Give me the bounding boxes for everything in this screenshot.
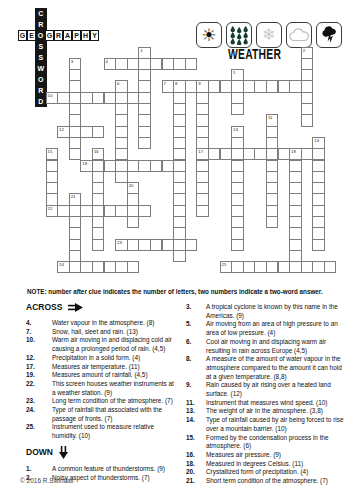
grid-cell-r16-c11[interactable] (173, 227, 186, 239)
cell-number: 10 (48, 93, 53, 98)
grid-cell-r2-c16[interactable]: 5 (231, 69, 244, 81)
cell-number: 1 (140, 48, 142, 53)
sun-icon: ☀ (196, 22, 222, 48)
clue-number: 3. (186, 303, 206, 320)
clue-number: 10. (26, 336, 52, 353)
grid-cell-r15-c7[interactable] (127, 216, 140, 228)
grid-cell-r18-c2[interactable] (69, 250, 82, 262)
clue-text: Snow, hail, sleet and rain. (13) (52, 328, 176, 337)
cell-number: 5 (233, 70, 235, 75)
clue-text: Warm air moving in and displacing cold a… (52, 336, 176, 353)
grid-cell-r13-c0[interactable] (46, 193, 59, 205)
cell-number: 25 (222, 262, 227, 267)
clue-text: Crystallized form of precipitation. (4) (206, 468, 345, 477)
clue-across-19: 19.Measures amount of rainfall. (4,5) (26, 371, 176, 380)
clue-number: 24. (26, 406, 52, 423)
cell-number: 8 (175, 81, 177, 86)
clue-text: Cool air moving in and displacing warm a… (206, 338, 345, 355)
grid-cell-r6-c2[interactable] (69, 114, 82, 126)
clue-number: 21. (186, 477, 206, 486)
across-arrow-icon (68, 303, 83, 312)
clue-text: Type of rainfall that associated with th… (52, 406, 176, 423)
grid-cell-r9-c6[interactable] (115, 148, 128, 160)
clue-text: Measures amount of rainfall. (4,5) (52, 371, 176, 380)
storm-icon (316, 22, 342, 48)
copyright-footer: © 2016 R.Swindail (20, 477, 74, 484)
cell-number: 23 (117, 240, 122, 245)
grid-cell-r8-c23[interactable]: 14 (312, 137, 325, 149)
logo-letter-tile: O (36, 30, 45, 41)
clue-text: Water vapour in the atmosphere. (8) (52, 319, 176, 328)
logo-letter-tile: R (35, 19, 47, 30)
clue-number: 11. (186, 399, 206, 408)
logo-letter-tile: G (45, 30, 54, 41)
logo-letter-tile: C (35, 8, 47, 19)
note-text: NOTE: number after clue indicates the nu… (27, 288, 323, 295)
clue-number: 19. (26, 371, 52, 380)
clue-number: 12. (26, 354, 52, 363)
clue-text: Long term condition of the atmosphere. (… (52, 397, 176, 406)
clue-number: 6. (186, 338, 206, 355)
clue-text: Air moving from an area of high pressure… (206, 320, 345, 337)
cell-number: 21 (71, 194, 76, 199)
clue-text: Rain caused by air rising over a heated … (206, 381, 345, 398)
grid-cell-r13-c7[interactable] (127, 193, 140, 205)
cell-number: 11 (268, 115, 272, 120)
clue-text: Instrument used to measure relative humi… (52, 423, 176, 440)
clue-text: This screen houses weather instruments a… (52, 380, 176, 397)
clue-number: 14. (186, 416, 206, 433)
grid-cell-r8-c13[interactable] (196, 137, 209, 149)
grid-cell-r0-c8[interactable]: 1 (138, 47, 151, 59)
across-header: ACROSS (26, 302, 176, 312)
cell-number: 14 (314, 138, 319, 143)
cell-number: 3 (71, 59, 73, 64)
down-header: DOWN (26, 446, 176, 459)
clue-number: 18. (186, 460, 206, 469)
grid-cell-r3-c2[interactable] (69, 80, 82, 92)
clue-across-22: 22.This screen houses weather instrument… (26, 380, 176, 397)
grid-cell-r2-c22[interactable] (301, 69, 314, 81)
clue-text: A tropical cyclone is known by this name… (206, 303, 345, 320)
clue-number: 7. (26, 328, 52, 337)
grid-cell-r5-c16[interactable] (231, 103, 244, 115)
clue-across-12: 12.Precipitation in a solid form. (4) (26, 354, 176, 363)
clue-down-18: 18.Measured in degrees Celsius. (11) (186, 460, 345, 469)
clue-number: 8. (186, 355, 206, 381)
grid-cell-r18-c11[interactable] (173, 250, 186, 262)
cloud-icon (286, 22, 312, 48)
grid-cell-r17-c12[interactable] (185, 239, 198, 251)
clue-down-6: 6.Cool air moving in and displacing warm… (186, 338, 345, 355)
logo-letter-tile: E (27, 30, 36, 41)
clue-text: A common feature of thunderstorms. (9) (52, 465, 176, 474)
down-label: DOWN (26, 447, 53, 457)
clue-text: Short term condition of the atmosphere. … (206, 477, 345, 486)
clue-down-15: 15.Formed by the condensation process in… (186, 434, 345, 451)
clue-text: Type of rainfall caused by air being for… (206, 416, 345, 433)
worksheet-page: GEOGRAPHYCRSSWORD ☀❄ WEATHER 47891012171… (0, 0, 354, 500)
logo-letter-tile: R (54, 30, 63, 41)
clue-text: Measured in degrees Celsius. (11) (206, 460, 345, 469)
grid-cell-r6-c22[interactable] (301, 114, 314, 126)
logo-letter-tile: A (63, 30, 72, 41)
clue-down-21: 21.Short term condition of the atmospher… (186, 477, 345, 486)
cell-number: 18 (291, 149, 296, 154)
grid-cell-r17-c23[interactable] (312, 239, 325, 251)
grid-cell-r13-c2[interactable]: 21 (69, 193, 82, 205)
grid-cell-r19-c24[interactable] (324, 261, 337, 273)
clue-number: 17. (26, 363, 52, 372)
clue-text: Formed by the condensation process in th… (206, 434, 345, 451)
grid-cell-r3-c6[interactable]: 6 (115, 80, 128, 92)
clue-text: Measures air temperature. (11) (52, 363, 176, 372)
cell-number: 7 (164, 81, 166, 86)
clue-across-24: 24.Type of rainfall that associated with… (26, 406, 176, 423)
grid-cell-r3-c8[interactable] (138, 80, 151, 92)
clue-down-9: 9.Rain caused by air rising over a heate… (186, 381, 345, 398)
grid-cell-r1-c12[interactable] (185, 58, 198, 70)
clue-across-10: 10.Warm air moving in and displacing col… (26, 336, 176, 353)
cell-number: 22 (48, 206, 53, 211)
grid-cell-r17-c4[interactable] (92, 239, 105, 251)
clue-number: 5. (186, 320, 206, 337)
clue-down-8: 8.A measure of the amount of water vapou… (186, 355, 345, 381)
clue-across-17: 17.Measures air temperature. (11) (26, 363, 176, 372)
clues-right-column: 3.A tropical cyclone is known by this na… (186, 303, 345, 486)
across-label: ACROSS (26, 302, 62, 312)
grid-cell-r8-c8[interactable] (138, 137, 151, 149)
clue-down-16: 16.Measures air pressure. (9) (186, 451, 345, 460)
grid-cell-r9-c2[interactable] (69, 148, 82, 160)
clue-text: Precipitation in a solid form. (4) (52, 354, 176, 363)
clue-text: The weight of air in the atmosphere. (3,… (206, 407, 345, 416)
clue-number: 25. (26, 423, 52, 440)
clue-across-25: 25.Instrument used to measure relative h… (26, 423, 176, 440)
clue-down-11: 11.Instrument that measures wind speed. … (186, 399, 345, 408)
cell-number: 12 (59, 127, 64, 132)
page-title: WEATHER (228, 46, 281, 62)
clue-number: 23. (26, 397, 52, 406)
cell-number: 15 (48, 149, 53, 154)
logo-letter-tile: G (18, 30, 27, 41)
clue-down-14: 14.Type of rainfall caused by air being … (186, 416, 345, 433)
grid-cell-r19-c7[interactable] (127, 261, 140, 273)
grid-cell-r8-c16[interactable] (231, 137, 244, 149)
grid-cell-r17-c16[interactable] (231, 239, 244, 251)
clue-across-4: 4.Water vapour in the atmosphere. (8) (26, 319, 176, 328)
clue-number: 4. (26, 319, 52, 328)
clue-number: 13. (186, 407, 206, 416)
cell-number: 4 (106, 59, 108, 64)
logo-letter-tile: W (35, 63, 47, 74)
cell-number: 20 (129, 183, 134, 188)
cell-number: 13 (233, 127, 238, 132)
snowflake-icon: ❄ (256, 22, 282, 48)
clue-number: 15. (186, 434, 206, 451)
cell-number: 24 (59, 262, 64, 267)
clue-number: 16. (186, 451, 206, 460)
clue-number: 9. (186, 381, 206, 398)
cell-number: 6 (117, 81, 119, 86)
clue-number: 1. (26, 465, 52, 474)
clue-text: Instrument that measures wind speed. (10… (206, 399, 345, 408)
clue-text: A measure of the amount of water vapour … (206, 355, 345, 381)
clue-across-7: 7.Snow, hail, sleet and rain. (13) (26, 328, 176, 337)
clue-down-13: 13.The weight of air in the atmosphere. … (186, 407, 345, 416)
grid-cell-r18-c21[interactable] (289, 250, 302, 262)
cell-number: 16 (94, 149, 99, 154)
grid-cell-r14-c13[interactable] (196, 205, 209, 217)
clue-number: 20. (186, 468, 206, 477)
grid-cell-r9-c4[interactable]: 16 (92, 148, 105, 160)
grid-cell-r8-c19[interactable] (266, 137, 279, 149)
clues-left-column: ACROSS4.Water vapour in the atmosphere. … (26, 302, 176, 482)
logo-letter-tile: S (35, 41, 47, 52)
logo-letter-tile: S (35, 52, 47, 63)
cell-number: 2 (303, 48, 305, 53)
grid-cell-r13-c4[interactable] (92, 193, 105, 205)
down-arrow-icon (59, 446, 68, 459)
clue-text: Measures air pressure. (9) (206, 451, 345, 460)
clue-down-3: 3.A tropical cyclone is known by this na… (186, 303, 345, 320)
raindrops-icon (226, 22, 252, 48)
grid-cell-r7-c4[interactable] (92, 126, 105, 138)
clue-across-23: 23.Long term condition of the atmosphere… (26, 397, 176, 406)
cell-number: 19 (82, 161, 87, 166)
clue-down-5: 5.Air moving from an area of high pressu… (186, 320, 345, 337)
cell-number: 9 (198, 81, 200, 86)
clue-down-1: 1.A common feature of thunderstorms. (9) (26, 465, 176, 474)
cell-number: 17 (198, 149, 203, 154)
logo-letter-tile: O (35, 74, 47, 85)
logo-letter-tile: H (81, 30, 90, 41)
clue-down-20: 20.Crystallized form of precipitation. (… (186, 468, 345, 477)
grid-cell-r14-c8[interactable] (138, 205, 151, 217)
grid-cell-r15-c19[interactable] (266, 216, 279, 228)
clue-number: 22. (26, 380, 52, 397)
grid-cell-r9-c11[interactable] (173, 148, 186, 160)
logo-letter-tile: Y (90, 30, 99, 41)
logo-letter-tile: P (72, 30, 81, 41)
